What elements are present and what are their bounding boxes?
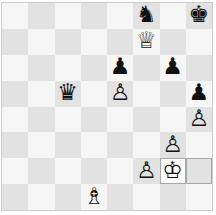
square-f6[interactable] (133, 55, 159, 81)
square-e4[interactable] (107, 107, 133, 133)
square-g1[interactable] (160, 184, 186, 210)
square-d7[interactable] (81, 29, 107, 55)
square-c4[interactable] (55, 107, 81, 133)
square-c6[interactable] (55, 55, 81, 81)
square-g6[interactable]: ♟ (160, 55, 186, 81)
square-d3[interactable] (81, 132, 107, 158)
square-e3[interactable] (107, 132, 133, 158)
square-h4[interactable]: ♙ (186, 107, 212, 133)
piece-black-pawn[interactable]: ♟ (189, 81, 210, 104)
square-f4[interactable] (133, 107, 159, 133)
piece-white-pawn[interactable]: ♙ (136, 159, 157, 182)
square-h5[interactable]: ♟ (186, 81, 212, 107)
square-b8[interactable] (28, 3, 54, 29)
piece-white-pawn[interactable]: ♙ (110, 81, 131, 104)
square-f2[interactable]: ♙ (133, 158, 159, 184)
square-a6[interactable] (2, 55, 28, 81)
square-e7[interactable] (107, 29, 133, 55)
square-a1[interactable] (2, 184, 28, 210)
piece-white-king[interactable]: ♔ (162, 159, 183, 182)
square-e8[interactable] (107, 3, 133, 29)
square-a2[interactable] (2, 158, 28, 184)
square-b1[interactable] (28, 184, 54, 210)
chess-board: ♞♚♕♟♟♛♙♟♙♙♙♔♗ (1, 2, 213, 211)
square-g8[interactable] (160, 3, 186, 29)
square-b6[interactable] (28, 55, 54, 81)
square-h6[interactable] (186, 55, 212, 81)
square-e2[interactable] (107, 158, 133, 184)
square-e6[interactable]: ♟ (107, 55, 133, 81)
square-f5[interactable] (133, 81, 159, 107)
square-g2[interactable]: ♔ (160, 158, 186, 184)
square-h8[interactable]: ♚ (186, 3, 212, 29)
piece-white-pawn[interactable]: ♙ (162, 133, 183, 156)
square-a5[interactable] (2, 81, 28, 107)
square-d1[interactable]: ♗ (81, 184, 107, 210)
square-c3[interactable] (55, 132, 81, 158)
piece-black-queen[interactable]: ♛ (57, 81, 78, 104)
piece-white-queen[interactable]: ♕ (136, 29, 157, 52)
square-a4[interactable] (2, 107, 28, 133)
square-d2[interactable] (81, 158, 107, 184)
square-d6[interactable] (81, 55, 107, 81)
piece-black-pawn[interactable]: ♟ (110, 55, 131, 78)
square-h1[interactable] (186, 184, 212, 210)
piece-black-knight[interactable]: ♞ (136, 3, 157, 26)
square-f7[interactable]: ♕ (133, 29, 159, 55)
square-c7[interactable] (55, 29, 81, 55)
square-e1[interactable] (107, 184, 133, 210)
square-c5[interactable]: ♛ (55, 81, 81, 107)
square-g3[interactable]: ♙ (160, 132, 186, 158)
square-d4[interactable] (81, 107, 107, 133)
square-f3[interactable] (133, 132, 159, 158)
square-b4[interactable] (28, 107, 54, 133)
square-b3[interactable] (28, 132, 54, 158)
piece-white-pawn[interactable]: ♙ (189, 107, 210, 130)
square-d5[interactable] (81, 81, 107, 107)
square-b5[interactable] (28, 81, 54, 107)
piece-black-pawn[interactable]: ♟ (162, 55, 183, 78)
square-e5[interactable]: ♙ (107, 81, 133, 107)
square-g5[interactable] (160, 81, 186, 107)
square-g4[interactable] (160, 107, 186, 133)
square-a8[interactable] (2, 3, 28, 29)
square-d8[interactable] (81, 3, 107, 29)
piece-white-bishop[interactable]: ♗ (84, 185, 105, 208)
square-c2[interactable] (55, 158, 81, 184)
square-h2[interactable] (186, 158, 212, 184)
square-a7[interactable] (2, 29, 28, 55)
square-h3[interactable] (186, 132, 212, 158)
square-c8[interactable] (55, 3, 81, 29)
square-g7[interactable] (160, 29, 186, 55)
chess-app-window: ♞♚♕♟♟♛♙♟♙♙♙♔♗ (0, 0, 216, 215)
square-c1[interactable] (55, 184, 81, 210)
square-f1[interactable] (133, 184, 159, 210)
square-b2[interactable] (28, 158, 54, 184)
square-b7[interactable] (28, 29, 54, 55)
square-a3[interactable] (2, 132, 28, 158)
square-f8[interactable]: ♞ (133, 3, 159, 29)
square-h7[interactable] (186, 29, 212, 55)
piece-black-king[interactable]: ♚ (189, 3, 210, 26)
